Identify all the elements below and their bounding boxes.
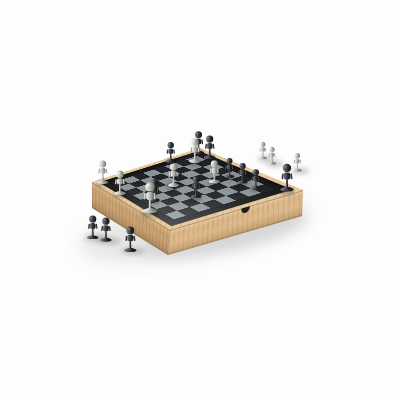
piece-dark-pawn-e7[interactable] xyxy=(223,156,236,178)
piece-silver-knight-e6[interactable] xyxy=(207,158,222,184)
captured-piece-dark-2[interactable] xyxy=(98,215,114,242)
captured-piece-dark-3[interactable] xyxy=(122,224,139,253)
captured-piece-silver-2[interactable] xyxy=(266,145,278,165)
figurine-piece-icon xyxy=(202,133,217,159)
figurine-piece-icon xyxy=(164,140,177,163)
figurine-piece-icon xyxy=(98,215,114,242)
figurine-piece-icon xyxy=(189,174,203,198)
piece-dark-knight-a6[interactable] xyxy=(164,140,177,163)
piece-dark-king-b8[interactable] xyxy=(202,133,217,159)
piece-dark-rook-h8[interactable] xyxy=(278,161,296,192)
figurine-piece-icon xyxy=(187,136,203,163)
figurine-piece-icon xyxy=(249,167,263,190)
figurine-piece-icon xyxy=(122,224,139,253)
piece-silver-rook-a1[interactable] xyxy=(95,158,110,184)
figurine-piece-icon xyxy=(112,168,128,195)
piece-silver-queen-b7[interactable] xyxy=(187,136,203,163)
figurine-piece-icon xyxy=(278,161,296,192)
figurine-piece-icon xyxy=(236,161,249,184)
figurine-piece-icon xyxy=(223,156,236,178)
figurine-piece-icon xyxy=(140,179,160,213)
piece-dark-pawn-f7[interactable] xyxy=(236,161,249,184)
figurine-piece-icon xyxy=(266,145,278,165)
piece-silver-bishop-c1[interactable] xyxy=(112,168,128,195)
figurine-piece-icon xyxy=(166,161,181,187)
piece-silver-bishop-d4[interactable] xyxy=(166,161,181,187)
figurine-piece-icon xyxy=(95,158,110,184)
chess-set-product-photo xyxy=(0,0,400,400)
figurine-piece-icon xyxy=(207,158,222,184)
piece-silver-king-f1[interactable] xyxy=(140,179,160,213)
pieces-layer xyxy=(0,0,400,400)
piece-dark-pawn-g7[interactable] xyxy=(249,167,263,190)
piece-dark-pawn-f4[interactable] xyxy=(189,174,203,198)
